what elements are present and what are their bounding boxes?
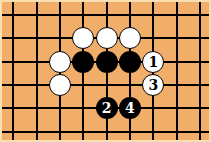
go-board: 1324 [2, 2, 209, 140]
grid-line-horizontal-0 [2, 14, 209, 16]
black-stone [72, 51, 94, 73]
grid-line-vertical-1 [36, 2, 38, 140]
stone-number: 3 [148, 78, 158, 92]
white-stone [49, 51, 71, 73]
grid-line-vertical-7 [176, 2, 178, 140]
stone-number: 4 [125, 101, 135, 115]
grid-line-vertical-8 [199, 2, 201, 140]
white-stone [96, 27, 118, 49]
grid-line-horizontal-5 [2, 131, 209, 133]
move-2-black-stone: 2 [96, 97, 118, 119]
go-diagram: 1324 [0, 0, 211, 142]
stone-number: 2 [102, 101, 112, 115]
black-stone [119, 51, 141, 73]
stone-number: 1 [148, 55, 158, 69]
grid-line-vertical-0 [12, 2, 14, 140]
white-stone [72, 27, 94, 49]
move-3-white-stone: 3 [142, 74, 164, 96]
move-4-black-stone: 4 [119, 97, 141, 119]
move-1-white-stone: 1 [142, 51, 164, 73]
grid-line-horizontal-3 [2, 84, 209, 86]
white-stone [49, 74, 71, 96]
black-stone [96, 51, 118, 73]
white-stone [119, 27, 141, 49]
